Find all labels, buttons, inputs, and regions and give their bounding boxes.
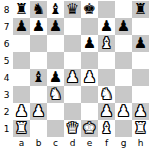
piece-white-rook-a1: ♜ <box>15 120 28 137</box>
square-b6[interactable] <box>30 35 47 52</box>
piece-black-pawn-g7: ♟ <box>117 18 130 35</box>
square-d7[interactable] <box>64 18 81 35</box>
square-d1[interactable]: ♛ <box>64 120 81 137</box>
piece-white-rook-h1: ♜ <box>134 120 147 137</box>
file-label-d: d <box>64 137 81 149</box>
square-h2[interactable]: ♟ <box>132 103 149 120</box>
piece-black-bishop-c8: ♝ <box>49 1 62 18</box>
square-c7[interactable]: ♟ <box>47 18 64 35</box>
square-d6[interactable] <box>64 35 81 52</box>
piece-black-rook-h8: ♜ <box>134 1 147 18</box>
rank-label-2: 2 <box>0 103 13 120</box>
square-e1[interactable]: ♚ <box>81 120 98 137</box>
square-h8[interactable]: ♜ <box>132 1 149 18</box>
square-f8[interactable] <box>98 1 115 18</box>
square-b2[interactable]: ♟ <box>30 103 47 120</box>
square-g5[interactable] <box>115 52 132 69</box>
square-b5[interactable] <box>30 52 47 69</box>
square-g1[interactable] <box>115 120 132 137</box>
piece-black-pawn-a7: ♟ <box>15 18 28 35</box>
file-label-g: g <box>115 137 132 149</box>
square-h3[interactable] <box>132 86 149 103</box>
piece-white-pawn-g2: ♟ <box>117 103 130 120</box>
rank-label-3: 3 <box>0 86 13 103</box>
square-g2[interactable]: ♟ <box>115 103 132 120</box>
square-b4[interactable]: ♝ <box>30 69 47 86</box>
square-e7[interactable] <box>81 18 98 35</box>
piece-white-knight-c3: ♞ <box>49 86 62 103</box>
piece-black-queen-d8: ♛ <box>66 1 79 18</box>
square-b1[interactable] <box>30 120 47 137</box>
square-g7[interactable]: ♟ <box>115 18 132 35</box>
rank-label-1: 1 <box>0 120 13 137</box>
rank-label-6: 6 <box>0 35 13 52</box>
square-d2[interactable] <box>64 103 81 120</box>
piece-black-pawn-b7: ♟ <box>32 18 45 35</box>
square-g3[interactable] <box>115 86 132 103</box>
square-g6[interactable] <box>115 35 132 52</box>
square-c6[interactable] <box>47 35 64 52</box>
piece-white-pawn-f2: ♟ <box>100 103 113 120</box>
piece-white-pawn-b2: ♟ <box>32 103 45 120</box>
piece-white-pawn-a2: ♟ <box>15 103 28 120</box>
square-a8[interactable]: ♜ <box>13 1 30 18</box>
square-c8[interactable]: ♝ <box>47 1 64 18</box>
square-a2[interactable]: ♟ <box>13 103 30 120</box>
square-a7[interactable]: ♟ <box>13 18 30 35</box>
square-e8[interactable]: ♚ <box>81 1 98 18</box>
square-e5[interactable] <box>81 52 98 69</box>
piece-black-king-e8: ♚ <box>83 1 96 18</box>
square-a3[interactable] <box>13 86 30 103</box>
square-f3[interactable]: ♞ <box>98 86 115 103</box>
piece-white-pawn-d4: ♟ <box>66 69 79 86</box>
piece-white-king-e1: ♚ <box>83 120 96 137</box>
rank-label-8: 8 <box>0 1 13 18</box>
piece-black-rook-a8: ♜ <box>15 1 28 18</box>
piece-white-queen-d1: ♛ <box>66 120 79 137</box>
square-f2[interactable]: ♟ <box>98 103 115 120</box>
square-b7[interactable]: ♟ <box>30 18 47 35</box>
file-label-a: a <box>13 137 30 149</box>
piece-black-pawn-f7: ♟ <box>100 18 113 35</box>
file-label-f: f <box>98 137 115 149</box>
chess-board: 8♜♞♝♛♚♜7♟♟♟♟♟6♟♝♟54♝♟♟♟3♞♞2♟♟♟♟♟1♜♛♚♝♜ab… <box>0 1 149 149</box>
square-f4[interactable] <box>98 69 115 86</box>
square-b3[interactable] <box>30 86 47 103</box>
square-b8[interactable]: ♞ <box>30 1 47 18</box>
piece-white-pawn-e4: ♟ <box>83 69 96 86</box>
chess-app-screen: 8♜♞♝♛♚♜7♟♟♟♟♟6♟♝♟54♝♟♟♟3♞♞2♟♟♟♟♟1♜♛♚♝♜ab… <box>0 0 151 149</box>
piece-white-pawn-h2: ♟ <box>134 103 147 120</box>
square-h7[interactable] <box>132 18 149 35</box>
square-f6[interactable]: ♝ <box>98 35 115 52</box>
square-c2[interactable] <box>47 103 64 120</box>
piece-black-pawn-c7: ♟ <box>49 18 62 35</box>
square-h5[interactable] <box>132 52 149 69</box>
file-label-b: b <box>30 137 47 149</box>
square-c4[interactable]: ♟ <box>47 69 64 86</box>
piece-black-knight-b8: ♞ <box>32 1 45 18</box>
square-h4[interactable] <box>132 69 149 86</box>
square-d4[interactable]: ♟ <box>64 69 81 86</box>
square-e4[interactable]: ♟ <box>81 69 98 86</box>
piece-black-pawn-e6: ♟ <box>83 35 96 52</box>
file-label-c: c <box>47 137 64 149</box>
square-e3[interactable] <box>81 86 98 103</box>
square-g4[interactable] <box>115 69 132 86</box>
square-a6[interactable] <box>13 35 30 52</box>
square-c1[interactable] <box>47 120 64 137</box>
square-c5[interactable] <box>47 52 64 69</box>
square-c3[interactable]: ♞ <box>47 86 64 103</box>
square-f7[interactable]: ♟ <box>98 18 115 35</box>
square-h1[interactable]: ♜ <box>132 120 149 137</box>
square-a1[interactable]: ♜ <box>13 120 30 137</box>
rank-label-4: 4 <box>0 69 13 86</box>
square-a4[interactable] <box>13 69 30 86</box>
piece-black-pawn-c4: ♟ <box>49 69 62 86</box>
square-e2[interactable] <box>81 103 98 120</box>
square-g8[interactable] <box>115 1 132 18</box>
file-label-h: h <box>132 137 149 149</box>
square-f5[interactable] <box>98 52 115 69</box>
piece-white-bishop-f6: ♝ <box>100 35 113 52</box>
square-d5[interactable] <box>64 52 81 69</box>
piece-black-bishop-b4: ♝ <box>32 69 45 86</box>
rank-label-7: 7 <box>0 18 13 35</box>
rank-label-5: 5 <box>0 52 13 69</box>
piece-white-bishop-f1: ♝ <box>100 120 113 137</box>
piece-white-knight-f3: ♞ <box>100 86 113 103</box>
square-e6[interactable]: ♟ <box>81 35 98 52</box>
square-f1[interactable]: ♝ <box>98 120 115 137</box>
piece-black-pawn-h6: ♟ <box>134 35 147 52</box>
square-d8[interactable]: ♛ <box>64 1 81 18</box>
board-corner-spacer <box>0 137 13 149</box>
square-a5[interactable] <box>13 52 30 69</box>
file-label-e: e <box>81 137 98 149</box>
square-d3[interactable] <box>64 86 81 103</box>
square-h6[interactable]: ♟ <box>132 35 149 52</box>
